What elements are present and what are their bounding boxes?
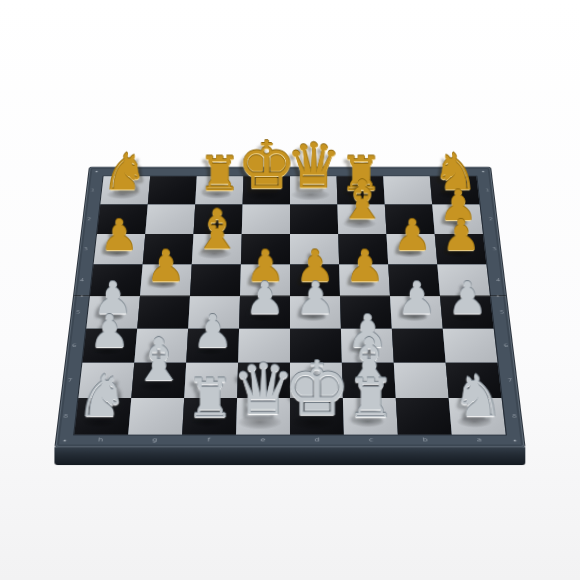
rank-label-3-right: 3: [492, 247, 497, 251]
silver-pawn-glyph: ♟: [89, 311, 130, 353]
rank-label-1-right: 1: [485, 188, 489, 192]
silver-rook-glyph: ♜: [186, 374, 234, 423]
gold-pawn-glyph: ♟: [393, 216, 432, 256]
product-photo-scene: hgfedcba1122334455667788 ♞♜♚♛♜♞♝♟♟♝♟♟♟♟♟…: [0, 0, 580, 580]
gold-rook-glyph: ♜: [198, 153, 240, 196]
gold-knight-glyph: ♞: [102, 149, 148, 196]
silver-pawn-glyph: ♟: [397, 278, 437, 319]
rank-label-2-left: 2: [87, 217, 91, 221]
silver-bishop-glyph: ♝: [132, 333, 185, 387]
fold-seam: [74, 295, 506, 297]
gold-bishop-glyph: ♝: [192, 205, 241, 255]
gold-king-glyph: ♚: [237, 135, 296, 196]
silver-king-glyph: ♚: [283, 354, 350, 423]
silver-rook-glyph: ♜: [346, 374, 394, 423]
rank-label-2-right: 2: [489, 217, 493, 221]
rank-label-4-right: 4: [496, 278, 501, 282]
silver-pawn-glyph: ♟: [295, 278, 335, 319]
frame-hinge-dot: [482, 171, 485, 173]
rank-label-4-left: 4: [80, 278, 85, 282]
gold-pawn-glyph: ♟: [146, 246, 185, 286]
silver-pawn-glyph: ♟: [192, 311, 233, 353]
gold-pawn-glyph: ♟: [442, 216, 481, 256]
rank-label-1-left: 1: [90, 188, 94, 192]
gold-bishop-glyph: ♝: [338, 176, 386, 225]
silver-pawn-glyph: ♟: [245, 278, 285, 319]
gold-pawn-glyph: ♟: [345, 246, 384, 286]
board-front-edge: [54, 447, 525, 465]
rank-label-3-left: 3: [83, 247, 88, 251]
silver-knight-glyph: ♞: [76, 370, 128, 423]
silver-pawn-glyph: ♟: [447, 278, 487, 319]
chess-board: hgfedcba1122334455667788 ♞♜♚♛♜♞♝♟♟♝♟♟♟♟♟…: [56, 167, 525, 446]
gold-pawn-glyph: ♟: [100, 216, 139, 256]
silver-knight-glyph: ♞: [452, 370, 504, 423]
